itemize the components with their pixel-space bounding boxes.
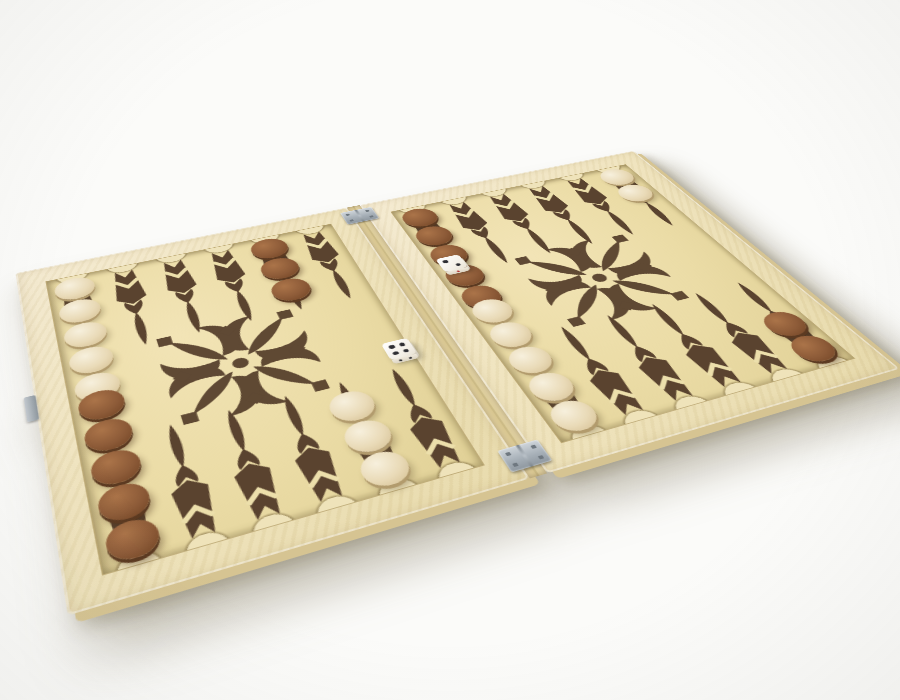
latch-clasp [24, 395, 39, 422]
die-pip [455, 263, 462, 267]
die-pip [398, 359, 403, 362]
die-pip [388, 345, 395, 350]
checker-light[interactable] [62, 319, 109, 351]
checker-dark[interactable] [88, 445, 144, 489]
die-pip [442, 260, 449, 264]
die-pip [399, 342, 406, 347]
photo-scene [52, 78, 852, 638]
checker-light[interactable] [57, 296, 103, 326]
checker-dark[interactable] [95, 479, 153, 526]
die-pip [408, 356, 413, 359]
backgammon-board [15, 151, 899, 616]
checker-light[interactable] [67, 343, 116, 377]
die-pip [403, 348, 410, 353]
die-pip [456, 270, 460, 272]
checker-dark[interactable] [82, 415, 136, 456]
die-pip [392, 351, 399, 356]
